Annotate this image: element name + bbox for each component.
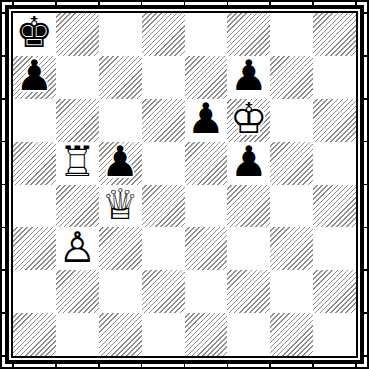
square-e4[interactable]	[185, 185, 228, 228]
square-d3[interactable]	[142, 227, 185, 270]
square-e6[interactable]: ♟	[185, 99, 228, 142]
square-d6[interactable]	[142, 99, 185, 142]
square-h3[interactable]	[313, 227, 356, 270]
square-a2[interactable]	[13, 270, 56, 313]
square-d4[interactable]	[142, 185, 185, 228]
square-c6[interactable]	[99, 99, 142, 142]
square-c4[interactable]: ♛♕	[99, 185, 142, 228]
piece-black-pawn[interactable]: ♟	[13, 55, 56, 98]
square-d7[interactable]	[142, 56, 185, 99]
piece-black-king[interactable]: ♚	[13, 12, 56, 55]
square-a4[interactable]	[13, 185, 56, 228]
square-g3[interactable]	[270, 227, 313, 270]
piece-white-queen[interactable]: ♕	[99, 184, 142, 227]
frame-ticks-right	[364, 2, 367, 367]
square-e2[interactable]	[185, 270, 228, 313]
frame-ticks-left	[2, 2, 5, 367]
square-g6[interactable]	[270, 99, 313, 142]
frame-ticks-bottom	[2, 364, 367, 367]
square-e7[interactable]	[185, 56, 228, 99]
square-g8[interactable]	[270, 13, 313, 56]
square-h5[interactable]	[313, 142, 356, 185]
square-h2[interactable]	[313, 270, 356, 313]
square-a8[interactable]: ♚	[13, 13, 56, 56]
square-d1[interactable]	[142, 313, 185, 356]
square-c5[interactable]: ♟	[99, 142, 142, 185]
square-h4[interactable]	[313, 185, 356, 228]
square-c8[interactable]	[99, 13, 142, 56]
square-c2[interactable]	[99, 270, 142, 313]
piece-white-rook[interactable]: ♖	[56, 141, 99, 184]
square-b4[interactable]	[56, 185, 99, 228]
square-b7[interactable]	[56, 56, 99, 99]
square-a1[interactable]	[13, 313, 56, 356]
square-f7[interactable]: ♟	[227, 56, 270, 99]
piece-black-pawn[interactable]: ♟	[99, 141, 142, 184]
square-d2[interactable]	[142, 270, 185, 313]
square-h8[interactable]	[313, 13, 356, 56]
square-g2[interactable]	[270, 270, 313, 313]
square-h1[interactable]	[313, 313, 356, 356]
square-e8[interactable]	[185, 13, 228, 56]
square-f4[interactable]	[227, 185, 270, 228]
square-c1[interactable]	[99, 313, 142, 356]
square-b1[interactable]	[56, 313, 99, 356]
square-f8[interactable]	[227, 13, 270, 56]
piece-white-king[interactable]: ♔	[227, 98, 270, 141]
square-a3[interactable]	[13, 227, 56, 270]
square-f6[interactable]: ♚♔	[227, 99, 270, 142]
square-e3[interactable]	[185, 227, 228, 270]
chess-board: ♚♟♟♟♚♔♜♖♟♟♛♕♟♙	[13, 13, 356, 356]
square-f2[interactable]	[227, 270, 270, 313]
square-b8[interactable]	[56, 13, 99, 56]
square-b5[interactable]: ♜♖	[56, 142, 99, 185]
square-a5[interactable]	[13, 142, 56, 185]
square-a7[interactable]: ♟	[13, 56, 56, 99]
square-g1[interactable]	[270, 313, 313, 356]
square-b6[interactable]	[56, 99, 99, 142]
square-g7[interactable]	[270, 56, 313, 99]
square-b3[interactable]: ♟♙	[56, 227, 99, 270]
square-e5[interactable]	[185, 142, 228, 185]
square-g4[interactable]	[270, 185, 313, 228]
square-h7[interactable]	[313, 56, 356, 99]
square-d8[interactable]	[142, 13, 185, 56]
square-b2[interactable]	[56, 270, 99, 313]
frame-ticks-top	[2, 2, 367, 5]
square-c7[interactable]	[99, 56, 142, 99]
piece-black-pawn[interactable]: ♟	[227, 141, 270, 184]
square-h6[interactable]	[313, 99, 356, 142]
square-f1[interactable]	[227, 313, 270, 356]
square-c3[interactable]	[99, 227, 142, 270]
square-f5[interactable]: ♟	[227, 142, 270, 185]
chess-diagram: ♚♟♟♟♚♔♜♖♟♟♛♕♟♙	[0, 0, 369, 369]
square-f3[interactable]	[227, 227, 270, 270]
square-e1[interactable]	[185, 313, 228, 356]
square-d5[interactable]	[142, 142, 185, 185]
square-g5[interactable]	[270, 142, 313, 185]
square-a6[interactable]	[13, 99, 56, 142]
piece-black-pawn[interactable]: ♟	[227, 55, 270, 98]
piece-black-pawn[interactable]: ♟	[185, 98, 228, 141]
piece-white-pawn[interactable]: ♙	[56, 226, 99, 269]
